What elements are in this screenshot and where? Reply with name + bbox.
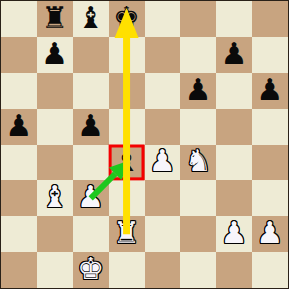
square-f5[interactable] [180, 109, 216, 145]
square-d1[interactable] [109, 252, 145, 288]
piece-black-king-d8[interactable]: ♚ [113, 3, 140, 33]
piece-white-pawn-h2[interactable]: ♟ [257, 218, 284, 248]
square-a5[interactable]: ♟ [1, 109, 37, 145]
square-c6[interactable] [73, 73, 109, 109]
square-e8[interactable] [145, 1, 181, 37]
square-f3[interactable] [180, 180, 216, 216]
square-a4[interactable] [1, 145, 37, 181]
square-e4[interactable]: ♟ [145, 145, 181, 181]
piece-black-rook-b8[interactable]: ♜ [41, 3, 68, 33]
square-b2[interactable] [37, 216, 73, 252]
piece-white-rook-d2[interactable]: ♜ [113, 218, 140, 248]
square-a7[interactable] [1, 37, 37, 73]
piece-white-bishop-b3[interactable]: ♝ [41, 182, 68, 212]
square-a8[interactable] [1, 1, 37, 37]
square-g1[interactable] [216, 252, 252, 288]
square-b6[interactable] [37, 73, 73, 109]
square-f4[interactable]: ♞ [180, 145, 216, 181]
square-h8[interactable] [252, 1, 288, 37]
square-b1[interactable] [37, 252, 73, 288]
square-c5[interactable]: ♟ [73, 109, 109, 145]
board-squares: ♜♝♚♟♟♟♟♟♟♝♟♞♝♟♜♟♟♚ [1, 1, 288, 288]
square-d2[interactable]: ♜ [109, 216, 145, 252]
square-g7[interactable]: ♟ [216, 37, 252, 73]
piece-white-pawn-g2[interactable]: ♟ [221, 218, 248, 248]
square-f7[interactable] [180, 37, 216, 73]
square-c2[interactable] [73, 216, 109, 252]
piece-black-bishop-c8[interactable]: ♝ [77, 3, 104, 33]
square-f2[interactable] [180, 216, 216, 252]
piece-black-pawn-h6[interactable]: ♟ [257, 75, 284, 105]
square-c1[interactable]: ♚ [73, 252, 109, 288]
square-d7[interactable] [109, 37, 145, 73]
square-e6[interactable] [145, 73, 181, 109]
piece-black-pawn-f6[interactable]: ♟ [185, 75, 212, 105]
square-d3[interactable] [109, 180, 145, 216]
square-f1[interactable] [180, 252, 216, 288]
square-e1[interactable] [145, 252, 181, 288]
square-g8[interactable] [216, 1, 252, 37]
square-e7[interactable] [145, 37, 181, 73]
square-c3[interactable]: ♟ [73, 180, 109, 216]
square-a2[interactable] [1, 216, 37, 252]
square-g4[interactable] [216, 145, 252, 181]
piece-black-pawn-c5[interactable]: ♟ [77, 111, 104, 141]
square-f6[interactable]: ♟ [180, 73, 216, 109]
square-g6[interactable] [216, 73, 252, 109]
square-b5[interactable] [37, 109, 73, 145]
piece-black-bishop-d4[interactable]: ♝ [113, 146, 140, 176]
square-e5[interactable] [145, 109, 181, 145]
square-e3[interactable] [145, 180, 181, 216]
square-c7[interactable] [73, 37, 109, 73]
square-h6[interactable]: ♟ [252, 73, 288, 109]
square-h4[interactable] [252, 145, 288, 181]
piece-black-pawn-b7[interactable]: ♟ [41, 39, 68, 69]
square-a3[interactable] [1, 180, 37, 216]
square-d4[interactable]: ♝ [109, 145, 145, 181]
square-a1[interactable] [1, 252, 37, 288]
square-g5[interactable] [216, 109, 252, 145]
piece-white-pawn-e4[interactable]: ♟ [149, 146, 176, 176]
square-b3[interactable]: ♝ [37, 180, 73, 216]
square-h7[interactable] [252, 37, 288, 73]
square-b8[interactable]: ♜ [37, 1, 73, 37]
square-f8[interactable] [180, 1, 216, 37]
chess-board: ♜♝♚♟♟♟♟♟♟♝♟♞♝♟♜♟♟♚ [0, 0, 289, 289]
square-d5[interactable] [109, 109, 145, 145]
square-b4[interactable] [37, 145, 73, 181]
piece-black-pawn-a5[interactable]: ♟ [5, 111, 32, 141]
square-c8[interactable]: ♝ [73, 1, 109, 37]
piece-white-king-c1[interactable]: ♚ [77, 254, 104, 284]
piece-white-knight-f4[interactable]: ♞ [185, 146, 212, 176]
square-h1[interactable] [252, 252, 288, 288]
square-a6[interactable] [1, 73, 37, 109]
piece-black-pawn-g7[interactable]: ♟ [221, 39, 248, 69]
square-g3[interactable] [216, 180, 252, 216]
square-d6[interactable] [109, 73, 145, 109]
square-h5[interactable] [252, 109, 288, 145]
square-b7[interactable]: ♟ [37, 37, 73, 73]
piece-white-pawn-c3[interactable]: ♟ [77, 182, 104, 212]
square-g2[interactable]: ♟ [216, 216, 252, 252]
square-h2[interactable]: ♟ [252, 216, 288, 252]
square-h3[interactable] [252, 180, 288, 216]
square-d8[interactable]: ♚ [109, 1, 145, 37]
square-c4[interactable] [73, 145, 109, 181]
square-e2[interactable] [145, 216, 181, 252]
